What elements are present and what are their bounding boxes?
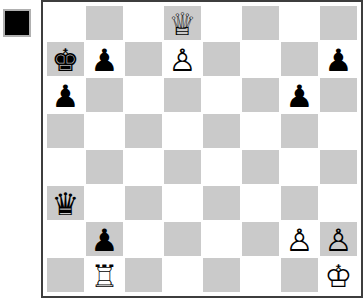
piece-black-pawn: ♟ — [325, 45, 353, 76]
square-b2[interactable]: ♟ — [85, 221, 124, 257]
square-b1[interactable]: ♖ — [85, 257, 124, 293]
square-f7[interactable] — [241, 41, 280, 77]
square-e7[interactable] — [202, 41, 241, 77]
square-b8[interactable] — [85, 5, 124, 41]
square-f1[interactable] — [241, 257, 280, 293]
square-h7[interactable]: ♟ — [319, 41, 358, 77]
square-d7[interactable]: ♙ — [163, 41, 202, 77]
piece-white-pawn: ♙ — [169, 45, 197, 76]
piece-black-pawn: ♟ — [286, 81, 314, 112]
square-c7[interactable] — [124, 41, 163, 77]
square-c4[interactable] — [124, 149, 163, 185]
piece-black-pawn: ♟ — [52, 81, 80, 112]
square-b4[interactable] — [85, 149, 124, 185]
square-g4[interactable] — [280, 149, 319, 185]
square-g6[interactable]: ♟ — [280, 77, 319, 113]
square-d1[interactable] — [163, 257, 202, 293]
square-b6[interactable] — [85, 77, 124, 113]
square-b5[interactable] — [85, 113, 124, 149]
square-c3[interactable] — [124, 185, 163, 221]
square-e5[interactable] — [202, 113, 241, 149]
square-a8[interactable] — [46, 5, 85, 41]
square-d6[interactable] — [163, 77, 202, 113]
square-f4[interactable] — [241, 149, 280, 185]
square-g5[interactable] — [280, 113, 319, 149]
square-e4[interactable] — [202, 149, 241, 185]
square-d4[interactable] — [163, 149, 202, 185]
square-g7[interactable] — [280, 41, 319, 77]
black-to-move-indicator-icon — [3, 9, 31, 37]
square-a6[interactable]: ♟ — [46, 77, 85, 113]
square-a2[interactable] — [46, 221, 85, 257]
piece-white-king: ♔ — [325, 261, 353, 292]
square-d5[interactable] — [163, 113, 202, 149]
square-b3[interactable] — [85, 185, 124, 221]
square-d3[interactable] — [163, 185, 202, 221]
square-b7[interactable]: ♟ — [85, 41, 124, 77]
square-c1[interactable] — [124, 257, 163, 293]
square-f2[interactable] — [241, 221, 280, 257]
square-f5[interactable] — [241, 113, 280, 149]
square-c6[interactable] — [124, 77, 163, 113]
square-e1[interactable] — [202, 257, 241, 293]
square-e2[interactable] — [202, 221, 241, 257]
square-c8[interactable] — [124, 5, 163, 41]
square-f3[interactable] — [241, 185, 280, 221]
chess-diagram: ♕♚♟♙♟♟♟♛♟♙♙♖♔ — [0, 0, 364, 302]
square-g3[interactable] — [280, 185, 319, 221]
square-h3[interactable] — [319, 185, 358, 221]
square-f8[interactable] — [241, 5, 280, 41]
piece-white-pawn: ♙ — [286, 225, 314, 256]
square-a5[interactable] — [46, 113, 85, 149]
square-a1[interactable] — [46, 257, 85, 293]
piece-black-king: ♚ — [52, 45, 80, 76]
square-g2[interactable]: ♙ — [280, 221, 319, 257]
square-d2[interactable] — [163, 221, 202, 257]
piece-white-rook: ♖ — [91, 261, 119, 292]
square-f6[interactable] — [241, 77, 280, 113]
piece-black-pawn: ♟ — [91, 45, 119, 76]
square-h6[interactable] — [319, 77, 358, 113]
piece-white-pawn: ♙ — [325, 225, 353, 256]
piece-black-queen: ♛ — [52, 189, 80, 220]
piece-white-queen: ♕ — [169, 9, 197, 40]
square-h5[interactable] — [319, 113, 358, 149]
square-e8[interactable] — [202, 5, 241, 41]
square-g1[interactable] — [280, 257, 319, 293]
square-a7[interactable]: ♚ — [46, 41, 85, 77]
square-e3[interactable] — [202, 185, 241, 221]
chess-board: ♕♚♟♙♟♟♟♛♟♙♙♖♔ — [41, 0, 363, 298]
square-c5[interactable] — [124, 113, 163, 149]
square-a3[interactable]: ♛ — [46, 185, 85, 221]
square-a4[interactable] — [46, 149, 85, 185]
square-h8[interactable] — [319, 5, 358, 41]
square-h4[interactable] — [319, 149, 358, 185]
square-c2[interactable] — [124, 221, 163, 257]
square-d8[interactable]: ♕ — [163, 5, 202, 41]
piece-black-pawn: ♟ — [91, 225, 119, 256]
square-h2[interactable]: ♙ — [319, 221, 358, 257]
square-e6[interactable] — [202, 77, 241, 113]
square-g8[interactable] — [280, 5, 319, 41]
square-h1[interactable]: ♔ — [319, 257, 358, 293]
